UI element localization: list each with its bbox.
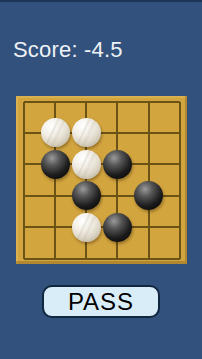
board-point[interactable]: [40, 180, 71, 211]
board-point[interactable]: [8, 243, 39, 274]
board-point[interactable]: ●: [133, 180, 164, 211]
board-point[interactable]: [164, 243, 195, 274]
board-point[interactable]: ○: [71, 149, 102, 180]
board-point[interactable]: [40, 243, 71, 274]
board-point[interactable]: ●: [102, 211, 133, 242]
board-point[interactable]: [133, 211, 164, 242]
board-point[interactable]: ●: [40, 149, 71, 180]
score-label: Score: -4.5: [13, 38, 123, 62]
white-stone: ○: [41, 118, 70, 147]
board-point[interactable]: ○: [40, 117, 71, 148]
board-point[interactable]: [133, 86, 164, 117]
board-grid: ○○●○●●●○●: [8, 86, 195, 274]
board-point[interactable]: [164, 117, 195, 148]
board-point[interactable]: [133, 149, 164, 180]
black-stone: ●: [103, 213, 132, 242]
board-point[interactable]: [8, 211, 39, 242]
black-stone: ●: [72, 181, 101, 210]
board-point[interactable]: ●: [71, 180, 102, 211]
board-point[interactable]: ●: [102, 149, 133, 180]
board-point[interactable]: [133, 243, 164, 274]
board-point[interactable]: [133, 117, 164, 148]
board-point[interactable]: [102, 243, 133, 274]
board-point[interactable]: [40, 86, 71, 117]
app-screen: Score: -4.5 ○○●○●●●○● PASS: [0, 0, 202, 359]
white-stone: ○: [72, 213, 101, 242]
board-point[interactable]: [8, 117, 39, 148]
board-point[interactable]: [71, 243, 102, 274]
board-point[interactable]: [164, 86, 195, 117]
white-stone: ○: [72, 150, 101, 179]
top-strip: [0, 0, 202, 2]
board-point[interactable]: [8, 149, 39, 180]
board-point[interactable]: [164, 211, 195, 242]
board-point[interactable]: [102, 117, 133, 148]
board-point[interactable]: [102, 180, 133, 211]
go-board: ○○●○●●●○●: [16, 96, 187, 264]
pass-button[interactable]: PASS: [42, 285, 160, 318]
black-stone: ●: [134, 181, 163, 210]
board-point[interactable]: [102, 86, 133, 117]
board-point[interactable]: [164, 149, 195, 180]
board-point[interactable]: ○: [71, 211, 102, 242]
board-point[interactable]: [8, 180, 39, 211]
black-stone: ●: [103, 150, 132, 179]
board-point[interactable]: [164, 180, 195, 211]
white-stone: ○: [72, 118, 101, 147]
board-point[interactable]: ○: [71, 117, 102, 148]
board-point[interactable]: [40, 211, 71, 242]
board-point[interactable]: [8, 86, 39, 117]
board-point[interactable]: [71, 86, 102, 117]
black-stone: ●: [41, 150, 70, 179]
